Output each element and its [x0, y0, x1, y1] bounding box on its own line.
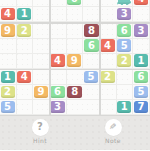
sudoku-cell[interactable] [33, 39, 50, 54]
sudoku-cell[interactable]: 7 [133, 100, 150, 115]
sudoku-cell[interactable] [100, 24, 117, 39]
sudoku-cell[interactable] [83, 0, 100, 7]
sudoku-cell[interactable] [83, 100, 100, 115]
sudoku-cell[interactable] [50, 24, 67, 39]
digit-tile: 7 [134, 101, 148, 114]
sudoku-cell[interactable] [50, 70, 67, 85]
sudoku-cell[interactable] [33, 7, 50, 22]
digit-tile: 9 [34, 86, 48, 99]
sudoku-board-viewport: 6441392863645492114526296855317 [0, 0, 150, 116]
sudoku-cell[interactable] [133, 7, 150, 22]
sudoku-cell[interactable]: 2 [0, 85, 17, 100]
sudoku-cell[interactable]: 5 [83, 70, 100, 85]
digit-tile: 4 [100, 39, 114, 52]
sudoku-cell[interactable] [17, 0, 34, 7]
sudoku-cell[interactable]: 1 [17, 7, 34, 22]
sudoku-cell[interactable] [100, 7, 117, 22]
sudoku-cell[interactable] [50, 7, 67, 22]
digit-tile: 6 [50, 86, 64, 99]
digit-tile: 1 [134, 54, 148, 67]
digit-tile: 1 [117, 101, 131, 114]
digit-tile: 5 [117, 39, 131, 52]
digit-tile: 4 [1, 8, 15, 21]
sudoku-cell[interactable] [33, 70, 50, 85]
sudoku-cell[interactable] [83, 85, 100, 100]
digit-tile: 2 [100, 71, 114, 84]
sudoku-cell[interactable]: 4 [0, 7, 17, 22]
sudoku-cell[interactable]: 1 [117, 100, 134, 115]
sudoku-cell[interactable] [67, 100, 84, 115]
sudoku-cell[interactable] [33, 0, 50, 7]
digit-tile: 9 [67, 54, 81, 67]
sudoku-cell[interactable] [83, 7, 100, 22]
sudoku-cell[interactable]: 6 [83, 39, 100, 54]
sudoku-cell[interactable]: 6 [133, 70, 150, 85]
sudoku-cell[interactable] [133, 39, 150, 54]
digit-tile: 5 [84, 71, 98, 84]
sudoku-cell[interactable] [100, 85, 117, 100]
sudoku-cell[interactable] [50, 39, 67, 54]
digit-tile: 3 [134, 24, 148, 37]
sudoku-cell[interactable]: 5 [117, 39, 134, 54]
sudoku-cell[interactable] [67, 24, 84, 39]
digit-tile: 2 [17, 24, 31, 37]
sudoku-cell[interactable]: 2 [17, 24, 34, 39]
sudoku-board: 6441392863645492114526296855317 [0, 0, 150, 115]
pencil-icon: ✎ [109, 123, 117, 132]
sudoku-cell[interactable] [17, 54, 34, 69]
sudoku-cell[interactable] [0, 39, 17, 54]
sudoku-cell[interactable]: 3 [133, 24, 150, 39]
sudoku-cell[interactable]: 1 [0, 70, 17, 85]
sudoku-cell[interactable]: 6 [67, 0, 84, 7]
digit-tile: 1 [17, 8, 31, 21]
digit-tile: 2 [1, 86, 15, 99]
sudoku-cell[interactable]: 6 [50, 85, 67, 100]
sudoku-cell[interactable] [50, 0, 67, 7]
sudoku-cell[interactable]: 4 [100, 39, 117, 54]
sudoku-cell[interactable] [100, 0, 117, 7]
sudoku-cell[interactable] [67, 39, 84, 54]
sudoku-cell[interactable]: 1 [133, 54, 150, 69]
selected-cell-highlight [117, 0, 131, 5]
digit-tile: 6 [134, 71, 148, 84]
digit-tile: 6 [67, 0, 81, 5]
digit-tile: 6 [117, 24, 131, 37]
sudoku-cell[interactable] [117, 85, 134, 100]
sudoku-cell[interactable]: 4 [50, 54, 67, 69]
digit-tile: 3 [117, 8, 131, 21]
digit-tile: 3 [50, 101, 64, 114]
note-button-circle: ✎ [105, 119, 122, 136]
digit-tile: 4 [50, 54, 64, 67]
sudoku-cell[interactable]: 9 [67, 54, 84, 69]
box-separator-vertical [49, 0, 51, 115]
sudoku-cell[interactable]: 3 [117, 7, 134, 22]
digit-tile: 5 [1, 101, 15, 114]
sudoku-cell[interactable]: 9 [33, 85, 50, 100]
toolbar: ? Hint ✎ Note [0, 117, 150, 151]
sudoku-cell[interactable] [17, 100, 34, 115]
digit-tile: 2 [117, 54, 131, 67]
sudoku-cell[interactable]: 5 [0, 100, 17, 115]
hint-button[interactable]: ? Hint [20, 119, 60, 144]
sudoku-cell[interactable] [67, 70, 84, 85]
sudoku-cell[interactable] [0, 0, 17, 7]
sudoku-cell[interactable]: 9 [0, 24, 17, 39]
sudoku-cell[interactable]: 4 [133, 0, 150, 7]
sudoku-cell[interactable]: 8 [67, 85, 84, 100]
sudoku-app-screen: 6441392863645492114526296855317 ? Hint ✎… [0, 0, 150, 150]
sudoku-cell[interactable]: 5 [133, 85, 150, 100]
sudoku-cell[interactable]: 6 [117, 24, 134, 39]
sudoku-cell[interactable]: 4 [17, 70, 34, 85]
box-separator-vertical [99, 0, 101, 115]
hint-button-label: Hint [33, 138, 47, 144]
digit-tile: 6 [84, 39, 99, 52]
digit-tile: 4 [17, 71, 31, 84]
sudoku-cell[interactable] [33, 54, 50, 69]
sudoku-cell[interactable]: 3 [50, 100, 67, 115]
sudoku-cell[interactable] [33, 100, 50, 115]
note-button[interactable]: ✎ Note [93, 119, 133, 144]
sudoku-cell[interactable] [17, 39, 34, 54]
sudoku-cell[interactable] [117, 0, 134, 7]
sudoku-cell[interactable] [100, 100, 117, 115]
sudoku-cell[interactable] [0, 54, 17, 69]
sudoku-cell[interactable] [17, 85, 34, 100]
sudoku-cell[interactable] [117, 70, 134, 85]
digit-tile: 5 [134, 86, 148, 99]
digit-tile: 8 [84, 24, 99, 37]
sudoku-cell[interactable] [83, 54, 100, 69]
digit-tile: 8 [67, 86, 82, 99]
note-button-label: Note [105, 138, 121, 144]
digit-tile: 9 [1, 24, 15, 37]
sudoku-cell[interactable]: 2 [100, 70, 117, 85]
sudoku-cell[interactable] [100, 54, 117, 69]
sudoku-cell[interactable]: 2 [117, 54, 134, 69]
question-mark-icon: ? [37, 122, 43, 132]
hint-button-circle: ? [32, 119, 49, 136]
sudoku-cell[interactable] [67, 7, 84, 22]
sudoku-cell[interactable] [33, 24, 50, 39]
digit-tile: 4 [134, 0, 148, 5]
sudoku-cell[interactable]: 8 [83, 24, 100, 39]
digit-tile: 1 [1, 71, 15, 84]
